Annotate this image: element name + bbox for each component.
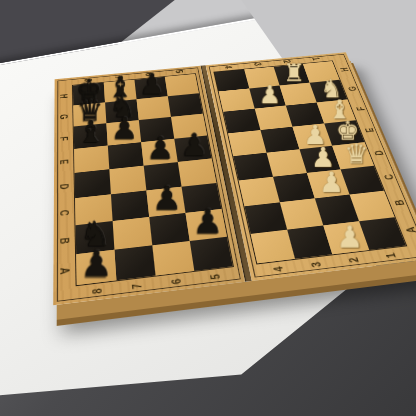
chess-board: 8765 8765 HGFEDCBA ♚♝♟♛♞♝♟♟♟♟♞♟♟ 4321 43… xyxy=(48,45,416,324)
piece-white-pawn[interactable]: ♟ xyxy=(319,168,344,196)
piece-white-pawn[interactable]: ♟ xyxy=(336,222,363,252)
piece-black-bishop[interactable]: ♝ xyxy=(77,117,104,147)
square-e5[interactable]: ♟ xyxy=(174,135,211,162)
square-e8[interactable] xyxy=(74,146,109,173)
square-d8[interactable] xyxy=(75,169,111,198)
square-a2[interactable]: ♟ xyxy=(323,221,369,254)
square-c7[interactable] xyxy=(111,190,149,221)
piece-black-pawn[interactable]: ♟ xyxy=(180,129,208,160)
piece-black-pawn[interactable]: ♟ xyxy=(193,205,224,239)
square-e4[interactable] xyxy=(228,130,266,156)
piece-black-pawn[interactable]: ♟ xyxy=(80,247,112,283)
play-area-left: ♚♝♟♛♞♝♟♟♟♟♞♟♟ xyxy=(73,74,233,285)
square-a4[interactable] xyxy=(251,230,295,264)
square-c6[interactable]: ♟ xyxy=(146,187,185,217)
square-b1[interactable] xyxy=(350,191,395,222)
piece-black-pawn[interactable]: ♟ xyxy=(147,133,175,164)
square-a6[interactable] xyxy=(152,241,194,276)
square-f8[interactable]: ♝ xyxy=(74,123,108,149)
square-c1[interactable] xyxy=(341,166,384,195)
piece-black-pawn[interactable]: ♟ xyxy=(152,182,182,215)
scene: 8765 8765 HGFEDCBA ♚♝♟♛♞♝♟♟♟♟♞♟♟ 4321 43… xyxy=(0,0,416,416)
square-d4[interactable] xyxy=(233,153,273,181)
piece-white-pawn[interactable]: ♟ xyxy=(259,82,282,107)
square-a7[interactable] xyxy=(114,245,155,280)
square-a8[interactable]: ♟ xyxy=(76,250,116,285)
square-g3[interactable]: ♟ xyxy=(249,86,286,109)
square-d7[interactable] xyxy=(109,166,146,195)
square-b7[interactable] xyxy=(113,217,153,250)
square-c2[interactable]: ♟ xyxy=(307,169,350,198)
square-a5[interactable] xyxy=(190,237,233,271)
square-b5[interactable]: ♟ xyxy=(186,209,227,241)
square-b6[interactable] xyxy=(149,213,190,245)
piece-white-rook[interactable]: ♜ xyxy=(283,60,305,84)
square-d3[interactable] xyxy=(267,149,307,177)
piece-black-pawn[interactable]: ♟ xyxy=(111,114,138,144)
board-box: 8765 8765 HGFEDCBA ♚♝♟♛♞♝♟♟♟♟♞♟♟ 4321 43… xyxy=(53,52,416,305)
square-f7[interactable]: ♟ xyxy=(106,120,141,145)
piece-black-pawn[interactable]: ♟ xyxy=(139,70,165,98)
piece-white-queen[interactable]: ♛ xyxy=(344,140,368,167)
